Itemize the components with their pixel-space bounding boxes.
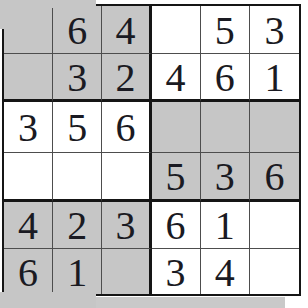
sudoku-cell-r6c1[interactable]: 6 [4,249,53,294]
cell-digit: 6 [115,108,135,148]
cell-digit: 2 [115,58,135,98]
cell-digit: 1 [67,253,87,293]
sudoku-cell-r6c4[interactable]: 3 [152,249,201,294]
cell-digit: 3 [264,11,284,51]
sudoku-cell-r1c6[interactable]: 3 [250,6,299,54]
sudoku-cell-r6c3[interactable] [102,249,151,294]
scan-artifact-bottom-left [0,292,96,308]
cell-digit: 6 [166,206,186,246]
sudoku-cell-r4c3[interactable] [102,153,151,202]
cell-digit: 4 [18,206,38,246]
cell-digit: 3 [166,253,186,293]
sudoku-cell-r4c4[interactable]: 5 [152,153,201,202]
sudoku-cell-r5c1[interactable]: 4 [4,202,53,249]
sudoku-cell-r2c4[interactable]: 4 [152,54,201,102]
sudoku-cell-r2c5[interactable]: 6 [201,54,250,102]
sudoku-cell-r3c5[interactable] [201,102,250,153]
sudoku-cell-r4c5[interactable]: 3 [201,153,250,202]
cell-digit: 1 [264,58,284,98]
cell-digit: 4 [166,58,186,98]
sudoku-cell-r3c3[interactable]: 6 [102,102,151,153]
cell-digit: 5 [166,157,186,197]
sudoku-cell-r6c6[interactable] [250,249,299,294]
scan-artifact-top-left [0,0,96,8]
sudoku-cell-r1c5[interactable]: 5 [201,6,250,54]
cell-digit: 1 [215,206,235,246]
sudoku-cell-r3c2[interactable]: 5 [53,102,102,153]
sudoku-cell-r6c5[interactable]: 4 [201,249,250,294]
cell-digit: 5 [67,108,87,148]
sudoku-cell-r1c4[interactable] [152,6,201,54]
cell-digit: 6 [18,253,38,293]
sudoku-cell-r5c6[interactable] [250,202,299,249]
sudoku-cell-r2c1[interactable] [4,54,53,102]
sudoku-cell-r4c1[interactable] [4,153,53,202]
cell-digit: 6 [67,11,87,51]
sudoku-cell-r3c1[interactable]: 3 [4,102,53,153]
sudoku-cell-r5c2[interactable]: 2 [53,202,102,249]
sudoku-cell-r6c2[interactable]: 1 [53,249,102,294]
cell-digit: 3 [18,108,38,148]
sudoku-cell-r5c4[interactable]: 6 [152,202,201,249]
cell-digit: 3 [115,206,135,246]
cell-digit: 3 [67,58,87,98]
sudoku-cell-r5c3[interactable]: 3 [102,202,151,249]
sudoku-board: 645332461356536423616134 [2,4,301,296]
sudoku-cell-r4c6[interactable]: 6 [250,153,299,202]
sudoku-cell-r2c3[interactable]: 2 [102,54,151,102]
cell-digit: 3 [215,157,235,197]
sudoku-cell-r3c6[interactable] [250,102,299,153]
sudoku-cell-r5c5[interactable]: 1 [201,202,250,249]
sudoku-cell-r2c2[interactable]: 3 [53,54,102,102]
cell-digit: 4 [115,11,135,51]
cell-digit: 6 [215,58,235,98]
cell-digit: 4 [215,253,235,293]
sudoku-cell-r1c3[interactable]: 4 [102,6,151,54]
sudoku-cell-r3c4[interactable] [152,102,201,153]
cell-digit: 6 [264,157,284,197]
sudoku-cell-r1c1[interactable] [4,6,53,54]
sudoku-cell-r2c6[interactable]: 1 [250,54,299,102]
cell-digit: 2 [67,206,87,246]
scan-artifact-left-edge [0,0,7,29]
scan-artifact-bottom-bar [96,297,285,308]
sudoku-cell-r4c2[interactable] [53,153,102,202]
cell-digit: 5 [215,11,235,51]
sudoku-cell-r1c2[interactable]: 6 [53,6,102,54]
